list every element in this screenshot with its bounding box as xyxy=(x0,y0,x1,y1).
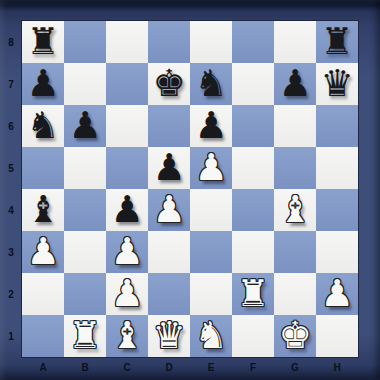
piece-black-pawn[interactable]: ♟ xyxy=(152,147,185,189)
square-a1[interactable] xyxy=(22,315,64,357)
rank-label-7: 7 xyxy=(0,63,22,105)
rank-label-3: 3 xyxy=(0,231,22,273)
square-f8[interactable] xyxy=(232,21,274,63)
square-e6[interactable]: ♟ xyxy=(190,105,232,147)
square-d2[interactable] xyxy=(148,273,190,315)
square-g5[interactable] xyxy=(274,147,316,189)
square-h7[interactable]: ♛ xyxy=(316,63,358,105)
piece-white-pawn[interactable]: ♟ xyxy=(152,189,185,231)
square-e4[interactable] xyxy=(190,189,232,231)
square-a2[interactable] xyxy=(22,273,64,315)
piece-white-pawn[interactable]: ♟ xyxy=(110,273,143,315)
file-label-b: B xyxy=(64,357,106,380)
square-g2[interactable] xyxy=(274,273,316,315)
piece-black-knight[interactable]: ♞ xyxy=(26,105,59,147)
square-g4[interactable]: ♝ xyxy=(274,189,316,231)
rank-label-2: 2 xyxy=(0,273,22,315)
square-g1[interactable]: ♚ xyxy=(274,315,316,357)
square-d5[interactable]: ♟ xyxy=(148,147,190,189)
square-c8[interactable] xyxy=(106,21,148,63)
piece-white-bishop[interactable]: ♝ xyxy=(110,315,143,357)
square-e1[interactable]: ♞ xyxy=(190,315,232,357)
square-a4[interactable]: ♝ xyxy=(22,189,64,231)
piece-black-pawn[interactable]: ♟ xyxy=(194,105,227,147)
square-f6[interactable] xyxy=(232,105,274,147)
square-h8[interactable]: ♜ xyxy=(316,21,358,63)
square-h5[interactable] xyxy=(316,147,358,189)
piece-black-pawn[interactable]: ♟ xyxy=(26,63,59,105)
piece-white-rook[interactable]: ♜ xyxy=(68,315,101,357)
file-label-c: C xyxy=(106,357,148,380)
file-label-e: E xyxy=(190,357,232,380)
square-c1[interactable]: ♝ xyxy=(106,315,148,357)
square-b6[interactable]: ♟ xyxy=(64,105,106,147)
square-c2[interactable]: ♟ xyxy=(106,273,148,315)
chess-board: ♜♜♟♚♞♟♛♞♟♟♟♟♝♟♟♝♟♟♟♜♟♜♝♛♞♚ xyxy=(22,21,358,357)
square-g6[interactable] xyxy=(274,105,316,147)
piece-white-pawn[interactable]: ♟ xyxy=(194,147,227,189)
rank-label-5: 5 xyxy=(0,147,22,189)
square-d3[interactable] xyxy=(148,231,190,273)
square-f2[interactable]: ♜ xyxy=(232,273,274,315)
rank-label-6: 6 xyxy=(0,105,22,147)
square-g7[interactable]: ♟ xyxy=(274,63,316,105)
piece-black-pawn[interactable]: ♟ xyxy=(110,189,143,231)
square-c4[interactable]: ♟ xyxy=(106,189,148,231)
square-c5[interactable] xyxy=(106,147,148,189)
square-d8[interactable] xyxy=(148,21,190,63)
piece-black-pawn[interactable]: ♟ xyxy=(278,63,311,105)
square-a3[interactable]: ♟ xyxy=(22,231,64,273)
square-g3[interactable] xyxy=(274,231,316,273)
square-f7[interactable] xyxy=(232,63,274,105)
square-f1[interactable] xyxy=(232,315,274,357)
piece-black-rook[interactable]: ♜ xyxy=(26,21,59,63)
square-f3[interactable] xyxy=(232,231,274,273)
piece-white-pawn[interactable]: ♟ xyxy=(26,231,59,273)
rank-label-1: 1 xyxy=(0,315,22,357)
piece-white-pawn[interactable]: ♟ xyxy=(110,231,143,273)
piece-white-rook[interactable]: ♜ xyxy=(236,273,269,315)
piece-white-bishop[interactable]: ♝ xyxy=(278,189,311,231)
square-b4[interactable] xyxy=(64,189,106,231)
square-h1[interactable] xyxy=(316,315,358,357)
square-e8[interactable] xyxy=(190,21,232,63)
square-e2[interactable] xyxy=(190,273,232,315)
square-b7[interactable] xyxy=(64,63,106,105)
square-d1[interactable]: ♛ xyxy=(148,315,190,357)
file-label-f: F xyxy=(232,357,274,380)
square-h2[interactable]: ♟ xyxy=(316,273,358,315)
square-e3[interactable] xyxy=(190,231,232,273)
square-h4[interactable] xyxy=(316,189,358,231)
chess-app-window: 87654321 ABCDEFGH ♜♜♟♚♞♟♛♞♟♟♟♟♝♟♟♝♟♟♟♜♟♜… xyxy=(0,0,380,380)
piece-black-knight[interactable]: ♞ xyxy=(194,63,227,105)
square-e5[interactable]: ♟ xyxy=(190,147,232,189)
square-b3[interactable] xyxy=(64,231,106,273)
piece-black-rook[interactable]: ♜ xyxy=(320,21,353,63)
square-a5[interactable] xyxy=(22,147,64,189)
square-e7[interactable]: ♞ xyxy=(190,63,232,105)
file-label-d: D xyxy=(148,357,190,380)
file-label-h: H xyxy=(316,357,358,380)
square-d7[interactable]: ♚ xyxy=(148,63,190,105)
square-g8[interactable] xyxy=(274,21,316,63)
file-label-g: G xyxy=(274,357,316,380)
square-b1[interactable]: ♜ xyxy=(64,315,106,357)
square-h6[interactable] xyxy=(316,105,358,147)
square-b5[interactable] xyxy=(64,147,106,189)
piece-black-king[interactable]: ♚ xyxy=(152,63,185,105)
square-a6[interactable]: ♞ xyxy=(22,105,64,147)
square-f5[interactable] xyxy=(232,147,274,189)
piece-black-bishop[interactable]: ♝ xyxy=(26,189,59,231)
rank-labels: 87654321 xyxy=(0,21,22,357)
square-h3[interactable] xyxy=(316,231,358,273)
square-d4[interactable]: ♟ xyxy=(148,189,190,231)
square-d6[interactable] xyxy=(148,105,190,147)
piece-black-pawn[interactable]: ♟ xyxy=(68,105,101,147)
square-f4[interactable] xyxy=(232,189,274,231)
piece-white-queen[interactable]: ♛ xyxy=(152,315,185,357)
rank-label-8: 8 xyxy=(0,21,22,63)
file-labels: ABCDEFGH xyxy=(22,357,358,380)
square-c7[interactable] xyxy=(106,63,148,105)
square-c6[interactable] xyxy=(106,105,148,147)
square-b8[interactable] xyxy=(64,21,106,63)
square-a7[interactable]: ♟ xyxy=(22,63,64,105)
piece-white-knight[interactable]: ♞ xyxy=(194,315,227,357)
file-label-a: A xyxy=(22,357,64,380)
square-a8[interactable]: ♜ xyxy=(22,21,64,63)
piece-black-queen[interactable]: ♛ xyxy=(320,63,353,105)
piece-white-pawn[interactable]: ♟ xyxy=(320,273,353,315)
piece-white-king[interactable]: ♚ xyxy=(278,315,311,357)
square-c3[interactable]: ♟ xyxy=(106,231,148,273)
square-b2[interactable] xyxy=(64,273,106,315)
rank-label-4: 4 xyxy=(0,189,22,231)
